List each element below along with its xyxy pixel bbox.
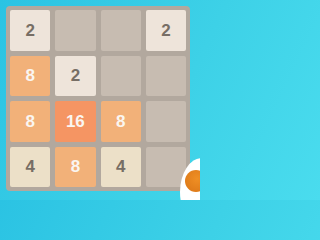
tile-2: 2 xyxy=(146,10,186,51)
tile-2: 2 xyxy=(55,56,95,97)
tile-8: 8 xyxy=(10,101,50,142)
empty-cell xyxy=(55,10,95,51)
tile-2: 2 xyxy=(10,10,50,51)
tile-16: 16 xyxy=(55,101,95,142)
empty-cell xyxy=(101,56,141,97)
game-board[interactable]: 22828168484 xyxy=(6,6,190,191)
app-background: { "game": "2048", "position": { "rows": … xyxy=(0,0,200,200)
empty-cell xyxy=(146,147,186,188)
tile-8: 8 xyxy=(10,56,50,97)
tile-8: 8 xyxy=(101,101,141,142)
orange-ball-icon xyxy=(185,170,200,192)
empty-cell xyxy=(146,101,186,142)
tile-8: 8 xyxy=(55,147,95,188)
empty-cell xyxy=(146,56,186,97)
empty-cell xyxy=(101,10,141,51)
tile-4: 4 xyxy=(101,147,141,188)
tile-4: 4 xyxy=(10,147,50,188)
